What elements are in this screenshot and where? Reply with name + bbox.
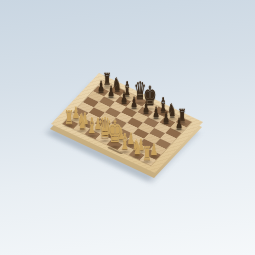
piece-black-pawn-d7: ♟ xyxy=(129,99,139,110)
piece-white-rook-h1: ♜ xyxy=(141,149,154,164)
piece-black-pawn-f7: ♟ xyxy=(151,109,161,120)
piece-black-pawn-b7: ♟ xyxy=(106,88,116,99)
piece-black-pawn-a7: ♟ xyxy=(96,83,106,94)
piece-black-pawn-h7: ♟ xyxy=(174,120,184,131)
chess-set-photo: ♜♞♝♛♚♝♞♜♟♟♟♟♟♟♟♟♟♟♟♟♟♟♟♟♜♞♝♛♚♝♞♜ xyxy=(0,0,255,255)
piece-black-pawn-e7: ♟ xyxy=(141,104,151,115)
piece-black-pawn-c7: ♟ xyxy=(119,94,129,105)
piece-white-rook-a1: ♜ xyxy=(63,112,76,127)
piece-black-pawn-g7: ♟ xyxy=(161,114,171,125)
